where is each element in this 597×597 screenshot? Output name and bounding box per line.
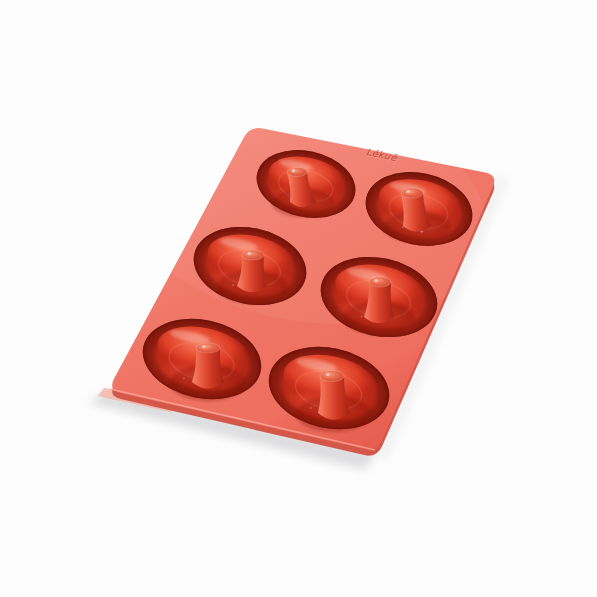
cone-cap-specular <box>407 190 410 193</box>
cone-cap-specular <box>292 169 295 172</box>
product-photo: Lékué Lékué <box>0 0 597 597</box>
cone-side <box>192 348 224 389</box>
cone-cap-specular <box>326 373 329 376</box>
cone-cap-specular <box>375 279 378 282</box>
cone-cap-specular <box>248 252 251 255</box>
cone-cap-specular <box>202 345 205 348</box>
mould-svg: Lékué Lékué <box>0 0 597 597</box>
